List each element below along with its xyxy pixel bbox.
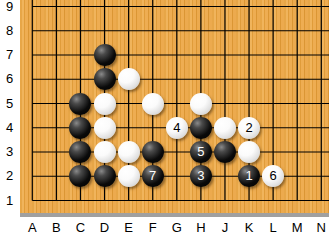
column-label-F: F: [141, 220, 165, 236]
board-grid[interactable]: 5731426: [20, 0, 329, 213]
stone-black-C4[interactable]: [69, 117, 91, 139]
stone-white-L2[interactable]: 6: [262, 165, 284, 187]
column-label-H: H: [189, 220, 213, 236]
stone-black-D2[interactable]: [94, 165, 116, 187]
column-label-K: K: [237, 220, 261, 236]
column-label-D: D: [93, 220, 117, 236]
row-label-9: 9: [0, 0, 19, 15]
column-label-N: N: [309, 220, 329, 236]
stone-black-H3[interactable]: 5: [190, 141, 212, 163]
column-label-E: E: [117, 220, 141, 236]
stone-black-K2[interactable]: 1: [238, 165, 260, 187]
row-label-7: 7: [0, 47, 19, 63]
stone-white-D3[interactable]: [94, 141, 116, 163]
stone-black-H4[interactable]: [190, 117, 212, 139]
row-label-3: 3: [0, 144, 19, 160]
row-label-5: 5: [0, 96, 19, 112]
stone-white-E3[interactable]: [118, 141, 140, 163]
stone-white-K3[interactable]: [238, 141, 260, 163]
row-label-6: 6: [0, 71, 19, 87]
stone-white-J4[interactable]: [214, 117, 236, 139]
stone-white-G4[interactable]: 4: [166, 117, 188, 139]
column-label-A: A: [20, 220, 44, 236]
column-label-L: L: [261, 220, 285, 236]
column-label-B: B: [44, 220, 68, 236]
move-number: 7: [149, 165, 156, 187]
stone-white-D5[interactable]: [94, 93, 116, 115]
move-number: 1: [245, 165, 252, 187]
stone-white-H5[interactable]: [190, 93, 212, 115]
stone-white-F5[interactable]: [142, 93, 164, 115]
stone-black-C5[interactable]: [69, 93, 91, 115]
stone-black-F3[interactable]: [142, 141, 164, 163]
board-bottom-shadow: [20, 213, 329, 217]
move-number: 4: [173, 117, 180, 139]
column-label-J: J: [213, 220, 237, 236]
stone-white-E6[interactable]: [118, 68, 140, 90]
stone-black-C3[interactable]: [69, 141, 91, 163]
row-label-1: 1: [0, 193, 19, 209]
stone-black-J3[interactable]: [214, 141, 236, 163]
stone-black-D6[interactable]: [94, 68, 116, 90]
stone-black-H2[interactable]: 3: [190, 165, 212, 187]
row-label-4: 4: [0, 120, 19, 136]
move-number: 6: [269, 165, 276, 187]
column-label-G: G: [165, 220, 189, 236]
stone-black-D7[interactable]: [94, 44, 116, 66]
stone-black-F2[interactable]: 7: [142, 165, 164, 187]
row-label-8: 8: [0, 23, 19, 39]
row-label-2: 2: [0, 168, 19, 184]
move-number: 5: [197, 141, 204, 163]
go-board-diagram: 987654321 ABCDEFGHJKLMN 5731426: [0, 0, 329, 236]
column-label-M: M: [285, 220, 309, 236]
stone-white-K4[interactable]: 2: [238, 117, 260, 139]
stone-black-C2[interactable]: [69, 165, 91, 187]
column-label-C: C: [68, 220, 92, 236]
stone-white-D4[interactable]: [94, 117, 116, 139]
move-number: 3: [197, 165, 204, 187]
move-number: 2: [245, 117, 252, 139]
stone-white-E2[interactable]: [118, 165, 140, 187]
